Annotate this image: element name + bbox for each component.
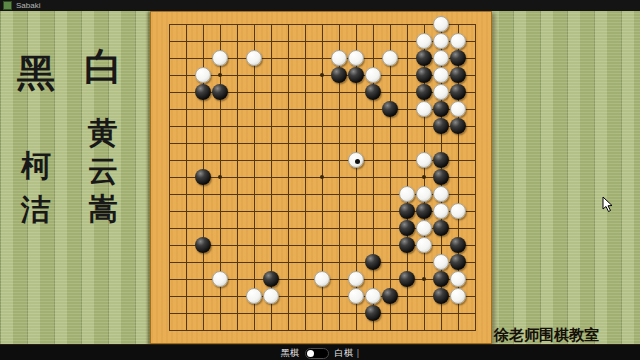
black-stone: [195, 237, 211, 253]
mouse-cursor: [602, 196, 614, 213]
black-stone: [433, 288, 449, 304]
white-role-label: 白: [80, 46, 126, 88]
white-stone: [331, 50, 347, 66]
black-player-name: 柯洁: [20, 144, 53, 232]
white-stone: [382, 50, 398, 66]
white-stone: [433, 84, 449, 100]
channel-caption: 徐老师围棋教室: [494, 326, 640, 345]
white-stone: [416, 186, 432, 202]
white-stone: [195, 67, 211, 83]
black-stone: [195, 84, 211, 100]
black-stone: [382, 288, 398, 304]
go-board[interactable]: [150, 11, 492, 344]
window-title: Sabaki: [16, 0, 40, 11]
black-stone: [433, 118, 449, 134]
black-stone: [416, 84, 432, 100]
black-stone: [195, 169, 211, 185]
white-stone: [246, 50, 262, 66]
black-stone: [399, 271, 415, 287]
white-stone: [348, 271, 364, 287]
turn-toggle[interactable]: [305, 348, 329, 359]
black-stone: [263, 271, 279, 287]
black-stone: [450, 67, 466, 83]
white-stone: [450, 101, 466, 117]
status-caret: |: [357, 348, 359, 358]
black-stone: [433, 169, 449, 185]
black-stone: [365, 254, 381, 270]
hoshi-point: [320, 73, 324, 77]
status-black-label: 黑棋: [281, 347, 299, 360]
black-stone: [433, 220, 449, 236]
black-stone: [416, 50, 432, 66]
black-stone: [433, 101, 449, 117]
white-stone: [348, 288, 364, 304]
white-stone: [212, 50, 228, 66]
black-stone: [450, 84, 466, 100]
white-stone: [348, 50, 364, 66]
hoshi-point: [218, 73, 222, 77]
last-move-marker: [355, 159, 360, 164]
white-stone: [348, 152, 364, 168]
black-stone: [416, 67, 432, 83]
turn-toggle-knob: [307, 350, 314, 357]
white-stone: [263, 288, 279, 304]
black-stone: [399, 220, 415, 236]
white-stone: [416, 101, 432, 117]
black-role-label: 黑: [14, 52, 58, 94]
white-player-panel: 白 黄云嵩: [80, 46, 126, 228]
status-bar: 黑棋 白棋 |: [0, 344, 640, 360]
white-stone: [450, 203, 466, 219]
black-stone: [450, 50, 466, 66]
black-stone: [212, 84, 228, 100]
black-stone: [331, 67, 347, 83]
white-stone: [433, 254, 449, 270]
white-stone: [450, 271, 466, 287]
hoshi-point: [218, 175, 222, 179]
app-icon: [3, 1, 12, 10]
white-stone: [416, 152, 432, 168]
status-white-label: 白棋: [335, 347, 353, 360]
white-stone: [246, 288, 262, 304]
white-stone: [450, 33, 466, 49]
white-stone: [433, 50, 449, 66]
white-stone: [212, 271, 228, 287]
white-stone: [416, 237, 432, 253]
black-stone: [416, 203, 432, 219]
black-stone: [365, 84, 381, 100]
white-stone: [365, 67, 381, 83]
white-stone: [433, 16, 449, 32]
hoshi-point: [320, 175, 324, 179]
black-player-panel: 黑 柯洁: [14, 52, 58, 232]
black-stone: [450, 118, 466, 134]
black-stone: [433, 152, 449, 168]
black-stone: [382, 101, 398, 117]
black-stone: [348, 67, 364, 83]
black-stone: [365, 305, 381, 321]
white-stone: [399, 186, 415, 202]
hoshi-point: [422, 175, 426, 179]
black-stone: [399, 203, 415, 219]
white-stone: [433, 186, 449, 202]
white-stone: [314, 271, 330, 287]
black-stone: [399, 237, 415, 253]
black-stone: [433, 271, 449, 287]
black-stone: [450, 237, 466, 253]
white-stone: [416, 220, 432, 236]
white-stone: [416, 33, 432, 49]
white-stone: [433, 67, 449, 83]
white-stone: [365, 288, 381, 304]
hoshi-point: [422, 277, 426, 281]
title-bar: Sabaki: [0, 0, 640, 11]
white-stone: [450, 288, 466, 304]
white-player-name: 黄云嵩: [87, 114, 120, 228]
white-stone: [433, 33, 449, 49]
black-stone: [450, 254, 466, 270]
white-stone: [433, 203, 449, 219]
